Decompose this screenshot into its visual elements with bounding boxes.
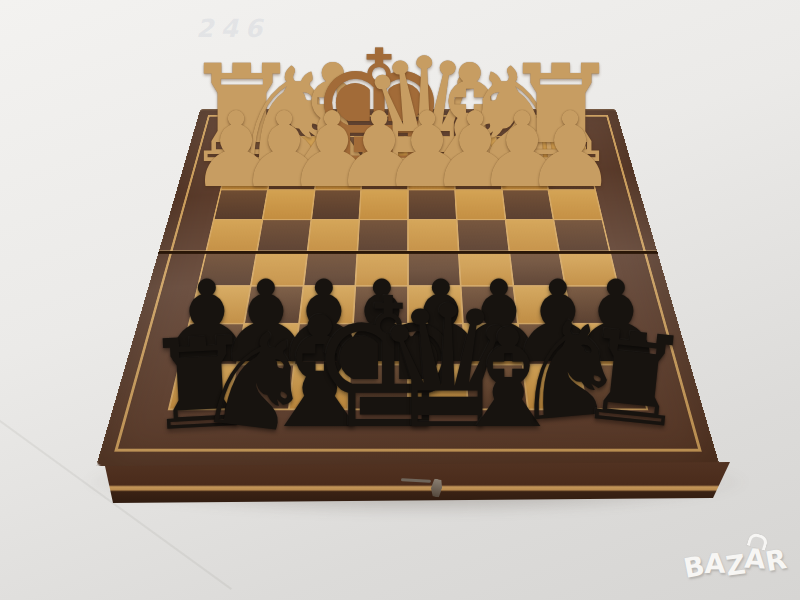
logo-letter: A (704, 548, 725, 579)
bazar-watermark-logo: BAZAR (682, 542, 800, 600)
square-e4[interactable] (358, 220, 407, 251)
piece-white-pawn-a2[interactable]: ♟ (495, 98, 645, 202)
photo-scene: 246 ♜♞♝♚♛♝♞♜♟♟♟♟♟♟♟♟♟♟♟♟♟♟♟♟♜♞♝♚♛♝♞♜ BAZ… (0, 0, 800, 600)
square-b4[interactable] (506, 220, 558, 251)
board-hinge-seam (158, 250, 658, 253)
square-a4[interactable] (555, 220, 609, 251)
square-g4[interactable] (258, 220, 310, 251)
square-f4[interactable] (308, 220, 359, 251)
square-c4[interactable] (457, 220, 508, 251)
piece-black-rook-a8[interactable]: ♜ (553, 310, 715, 449)
square-h4[interactable] (207, 220, 261, 251)
logo-letter: R (763, 543, 789, 577)
square-d4[interactable] (409, 220, 458, 251)
